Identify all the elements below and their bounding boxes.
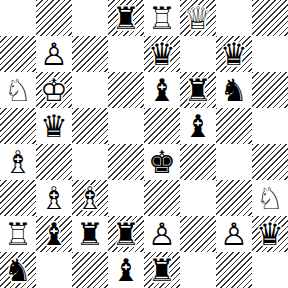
white-knight-halo: ♞ [252,180,288,216]
square-f8[interactable]: ♛♕ [180,0,216,36]
square-e7[interactable]: ♛♛ [144,36,180,72]
black-knight-icon: ♞ [216,72,252,108]
white-rook-halo: ♜ [0,216,36,252]
square-h8[interactable] [252,0,288,36]
square-c4[interactable] [72,144,108,180]
black-rook-icon: ♜ [144,252,180,288]
black-rook-halo: ♜ [108,216,144,252]
square-g6[interactable]: ♞♞ [216,72,252,108]
white-bishop-icon: ♗ [36,180,72,216]
square-e3[interactable] [144,180,180,216]
black-knight-halo: ♞ [216,72,252,108]
black-bishop-halo: ♝ [36,216,72,252]
black-rook-icon: ♜ [108,216,144,252]
square-a5[interactable] [0,108,36,144]
square-g4[interactable] [216,144,252,180]
black-queen-icon: ♛ [144,36,180,72]
square-b8[interactable] [36,0,72,36]
square-b7[interactable]: ♟♙ [36,36,72,72]
white-knight-icon: ♘ [0,72,36,108]
black-queen-halo: ♛ [252,216,288,252]
white-pawn-halo: ♟ [216,216,252,252]
square-c1[interactable] [72,252,108,288]
white-bishop-halo: ♝ [36,180,72,216]
square-g2[interactable]: ♟♙ [216,216,252,252]
square-b5[interactable]: ♛♛ [36,108,72,144]
square-c8[interactable] [72,0,108,36]
white-rook-halo: ♜ [144,0,180,36]
black-queen-icon: ♛ [252,216,288,252]
white-pawn-icon: ♙ [36,36,72,72]
square-e8[interactable]: ♜♖ [144,0,180,36]
square-a6[interactable]: ♞♘ [0,72,36,108]
square-h4[interactable] [252,144,288,180]
square-d5[interactable] [108,108,144,144]
square-g1[interactable] [216,252,252,288]
chessboard: ♜♜♜♖♛♕♟♙♛♛♛♛♞♘♚♔♝♝♜♜♞♞♛♛♝♝♝♗♚♚♝♗♝♗♞♘♜♖♝♝… [0,0,288,288]
square-g5[interactable] [216,108,252,144]
square-h6[interactable] [252,72,288,108]
white-king-halo: ♚ [36,72,72,108]
square-h3[interactable]: ♞♘ [252,180,288,216]
square-d3[interactable] [108,180,144,216]
square-a8[interactable] [0,0,36,36]
square-d1[interactable]: ♝♝ [108,252,144,288]
square-h7[interactable] [252,36,288,72]
black-rook-halo: ♜ [180,72,216,108]
black-knight-icon: ♞ [0,252,36,288]
square-h2[interactable]: ♛♛ [252,216,288,252]
white-rook-icon: ♖ [0,216,36,252]
white-pawn-icon: ♙ [144,216,180,252]
square-h1[interactable] [252,252,288,288]
square-f1[interactable] [180,252,216,288]
square-e1[interactable]: ♜♜ [144,252,180,288]
square-e2[interactable]: ♟♙ [144,216,180,252]
black-rook-halo: ♜ [144,252,180,288]
square-d8[interactable]: ♜♜ [108,0,144,36]
square-a2[interactable]: ♜♖ [0,216,36,252]
white-knight-icon: ♘ [252,180,288,216]
square-b2[interactable]: ♝♝ [36,216,72,252]
white-pawn-icon: ♙ [216,216,252,252]
black-king-icon: ♚ [144,144,180,180]
square-d7[interactable] [108,36,144,72]
black-queen-icon: ♛ [36,108,72,144]
square-e5[interactable] [144,108,180,144]
square-g7[interactable]: ♛♛ [216,36,252,72]
square-b4[interactable] [36,144,72,180]
square-c7[interactable] [72,36,108,72]
white-bishop-halo: ♝ [0,144,36,180]
black-king-halo: ♚ [144,144,180,180]
black-queen-halo: ♛ [36,108,72,144]
square-a7[interactable] [0,36,36,72]
square-f7[interactable] [180,36,216,72]
black-rook-halo: ♜ [108,0,144,36]
white-bishop-icon: ♗ [0,144,36,180]
square-b1[interactable] [36,252,72,288]
square-f6[interactable]: ♜♜ [180,72,216,108]
square-a1[interactable]: ♞♞ [0,252,36,288]
black-bishop-icon: ♝ [36,216,72,252]
square-e6[interactable]: ♝♝ [144,72,180,108]
white-knight-halo: ♞ [0,72,36,108]
square-f4[interactable] [180,144,216,180]
black-queen-halo: ♛ [216,36,252,72]
square-g3[interactable] [216,180,252,216]
square-d4[interactable] [108,144,144,180]
black-bishop-icon: ♝ [144,72,180,108]
black-rook-halo: ♜ [72,216,108,252]
white-rook-icon: ♖ [144,0,180,36]
square-a3[interactable] [0,180,36,216]
black-bishop-icon: ♝ [108,252,144,288]
black-rook-icon: ♜ [72,216,108,252]
square-d2[interactable]: ♜♜ [108,216,144,252]
black-rook-icon: ♜ [108,0,144,36]
black-bishop-icon: ♝ [180,108,216,144]
square-e4[interactable]: ♚♚ [144,144,180,180]
white-king-icon: ♔ [36,72,72,108]
chessboard-grid: ♜♜♜♖♛♕♟♙♛♛♛♛♞♘♚♔♝♝♜♜♞♞♛♛♝♝♝♗♚♚♝♗♝♗♞♘♜♖♝♝… [0,0,288,288]
white-pawn-halo: ♟ [36,36,72,72]
black-queen-halo: ♛ [144,36,180,72]
white-queen-icon: ♕ [180,0,216,36]
white-bishop-halo: ♝ [72,180,108,216]
white-queen-halo: ♛ [180,0,216,36]
square-a4[interactable]: ♝♗ [0,144,36,180]
black-bishop-halo: ♝ [144,72,180,108]
white-pawn-halo: ♟ [144,216,180,252]
square-c6[interactable] [72,72,108,108]
square-c2[interactable]: ♜♜ [72,216,108,252]
white-bishop-icon: ♗ [72,180,108,216]
square-f5[interactable]: ♝♝ [180,108,216,144]
black-knight-halo: ♞ [0,252,36,288]
square-b3[interactable]: ♝♗ [36,180,72,216]
black-bishop-halo: ♝ [108,252,144,288]
square-c3[interactable]: ♝♗ [72,180,108,216]
black-queen-icon: ♛ [216,36,252,72]
square-g8[interactable] [216,0,252,36]
square-f3[interactable] [180,180,216,216]
square-d6[interactable] [108,72,144,108]
square-f2[interactable] [180,216,216,252]
black-bishop-halo: ♝ [180,108,216,144]
square-h5[interactable] [252,108,288,144]
square-b6[interactable]: ♚♔ [36,72,72,108]
square-c5[interactable] [72,108,108,144]
black-rook-icon: ♜ [180,72,216,108]
